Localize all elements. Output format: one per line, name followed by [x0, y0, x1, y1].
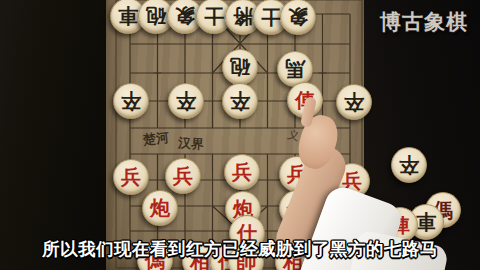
piece-glyph: 卒: [121, 91, 141, 111]
piece-glyph: 兵: [173, 166, 193, 186]
piece-glyph: 仕: [237, 223, 257, 243]
video-frame: 楚河 汉界 义 車砲象士將士象砲馬卒卒卒俥卒兵兵兵兵兵炮炮傌仕傌相仕帥相卒傌車俥…: [0, 0, 480, 270]
piece-glyph: 馬: [285, 59, 305, 79]
captured-piece-black-卒[interactable]: 卒: [391, 147, 427, 183]
piece-red-兵[interactable]: 兵: [165, 158, 201, 194]
piece-black-砲[interactable]: 砲: [222, 49, 258, 85]
piece-red-兵[interactable]: 兵: [224, 154, 260, 190]
table-cloth-left: [0, 0, 106, 270]
piece-red-炮[interactable]: 炮: [142, 190, 178, 226]
piece-black-卒[interactable]: 卒: [113, 83, 149, 119]
piece-glyph: 車: [118, 6, 138, 26]
piece-glyph: 卒: [176, 91, 196, 111]
piece-glyph: 帥: [236, 252, 256, 270]
piece-glyph: 車: [416, 212, 436, 232]
piece-glyph: 象: [175, 6, 195, 26]
piece-red-傌[interactable]: 傌: [137, 242, 173, 270]
piece-glyph: 兵: [121, 167, 141, 187]
piece-glyph: 傌: [145, 250, 165, 270]
piece-glyph: 砲: [230, 57, 250, 77]
piece-glyph: 卒: [344, 92, 364, 112]
piece-glyph: 相: [190, 251, 210, 270]
piece-glyph: 士: [261, 7, 281, 27]
piece-glyph: 兵: [232, 162, 252, 182]
piece-glyph: 士: [204, 6, 224, 26]
piece-black-象[interactable]: 象: [280, 0, 316, 35]
piece-glyph: 炮: [150, 198, 170, 218]
piece-glyph: 砲: [146, 6, 166, 26]
piece-glyph: 象: [288, 7, 308, 27]
piece-glyph: 卒: [230, 91, 250, 111]
piece-black-卒[interactable]: 卒: [168, 83, 204, 119]
piece-black-卒[interactable]: 卒: [336, 84, 372, 120]
piece-black-卒[interactable]: 卒: [222, 83, 258, 119]
piece-glyph: 卒: [399, 155, 419, 175]
piece-red-兵[interactable]: 兵: [113, 159, 149, 195]
piece-glyph: 將: [233, 7, 253, 27]
